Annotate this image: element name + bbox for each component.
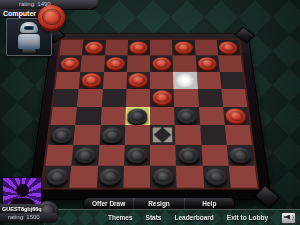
board-square[interactable] bbox=[218, 55, 243, 71]
bottom-player-rating: rating: 1500 bbox=[8, 214, 40, 220]
board-square[interactable] bbox=[194, 40, 218, 56]
board-square[interactable] bbox=[173, 55, 197, 71]
board-square[interactable] bbox=[48, 125, 75, 145]
game-screen: rating: 1490 Computer GUEST8ghj66q ratin… bbox=[0, 0, 300, 225]
board-square[interactable] bbox=[150, 40, 173, 56]
board-square[interactable] bbox=[196, 72, 221, 89]
move-target-square[interactable] bbox=[150, 125, 176, 145]
silhouette-head-icon bbox=[16, 184, 29, 197]
board-square[interactable] bbox=[43, 166, 72, 188]
board-square[interactable] bbox=[105, 40, 128, 56]
board-grid bbox=[43, 40, 258, 188]
board-square[interactable] bbox=[200, 125, 227, 145]
board-square[interactable] bbox=[124, 125, 150, 145]
board-square[interactable] bbox=[124, 145, 150, 166]
bottom-player-name-bar: GUEST8ghj66q bbox=[0, 204, 42, 213]
board-square[interactable] bbox=[100, 107, 125, 126]
corner-arrow-icon bbox=[163, 134, 172, 142]
red-piece[interactable] bbox=[129, 73, 148, 86]
board-square[interactable] bbox=[150, 166, 177, 188]
board-square[interactable] bbox=[53, 89, 79, 107]
board-square[interactable] bbox=[79, 72, 104, 89]
board-square[interactable] bbox=[50, 107, 77, 126]
board-square[interactable] bbox=[69, 166, 97, 188]
black-piece[interactable] bbox=[102, 127, 123, 142]
bottom-player-rating-bar: rating: 1500 bbox=[0, 213, 58, 223]
red-piece[interactable] bbox=[152, 91, 171, 105]
board-square[interactable] bbox=[82, 40, 106, 56]
board-square[interactable] bbox=[225, 125, 252, 145]
board-square[interactable] bbox=[201, 145, 228, 166]
bottom-player-name: GUEST8ghj66q bbox=[2, 206, 42, 212]
red-piece[interactable] bbox=[219, 41, 238, 53]
black-piece[interactable] bbox=[177, 109, 197, 124]
stats-button[interactable]: Stats bbox=[146, 214, 162, 221]
board-square[interactable] bbox=[77, 89, 102, 107]
themes-button[interactable]: Themes bbox=[108, 214, 133, 221]
black-piece[interactable] bbox=[127, 147, 148, 163]
leaderboard-button[interactable]: Leaderboard bbox=[174, 214, 213, 221]
board-square[interactable] bbox=[127, 40, 150, 56]
board-square[interactable] bbox=[101, 89, 126, 107]
red-piece[interactable] bbox=[225, 109, 246, 124]
board-square[interactable] bbox=[80, 55, 104, 71]
board-square[interactable] bbox=[123, 166, 150, 188]
board-square[interactable] bbox=[174, 89, 199, 107]
board-square[interactable] bbox=[228, 166, 257, 188]
board-square[interactable] bbox=[197, 89, 222, 107]
robot-visor-icon bbox=[24, 26, 34, 30]
board-square[interactable] bbox=[45, 145, 73, 166]
board-square[interactable] bbox=[98, 145, 125, 166]
frame-corner-clamp bbox=[254, 185, 280, 209]
board-square[interactable] bbox=[99, 125, 125, 145]
red-color-indicator-piece bbox=[38, 5, 65, 29]
board-square[interactable] bbox=[221, 89, 247, 107]
black-piece[interactable] bbox=[205, 168, 228, 185]
board-square[interactable] bbox=[55, 72, 80, 89]
board-square[interactable] bbox=[59, 40, 83, 56]
red-piece[interactable] bbox=[198, 57, 217, 70]
black-piece[interactable] bbox=[74, 147, 96, 163]
board-square[interactable] bbox=[175, 125, 201, 145]
board-square[interactable] bbox=[195, 55, 219, 71]
board-square[interactable] bbox=[202, 166, 230, 188]
robot-body-icon bbox=[18, 34, 40, 49]
speaker-wave-icon: ) bbox=[292, 213, 294, 222]
corner-arrow-icon bbox=[153, 134, 162, 142]
robot-base-icon bbox=[22, 49, 36, 53]
board-square[interactable] bbox=[125, 107, 150, 126]
black-piece[interactable] bbox=[229, 147, 251, 163]
board-square[interactable] bbox=[57, 55, 82, 71]
board-square[interactable] bbox=[150, 72, 174, 89]
board-square[interactable] bbox=[176, 145, 203, 166]
board-square[interactable] bbox=[126, 89, 150, 107]
red-piece[interactable] bbox=[130, 41, 148, 53]
board-square[interactable] bbox=[227, 145, 255, 166]
board-square[interactable] bbox=[174, 107, 199, 126]
board-square[interactable] bbox=[176, 166, 204, 188]
checkers-board bbox=[28, 33, 272, 200]
black-piece[interactable] bbox=[99, 168, 121, 185]
board-square[interactable] bbox=[96, 166, 124, 188]
board-square[interactable] bbox=[150, 55, 173, 71]
red-piece[interactable] bbox=[174, 41, 193, 53]
board-square[interactable] bbox=[104, 55, 128, 71]
board-square[interactable] bbox=[150, 89, 174, 107]
speaker-icon bbox=[284, 215, 290, 220]
board-square[interactable] bbox=[103, 72, 127, 89]
bottom-toolbar: Themes Stats Leaderboard Exit to Lobby ) bbox=[44, 209, 300, 225]
top-player-name: Computer bbox=[3, 10, 36, 17]
board-square[interactable] bbox=[172, 40, 195, 56]
sound-toggle-button[interactable]: ) bbox=[281, 212, 296, 224]
red-piece[interactable] bbox=[106, 57, 125, 70]
red-piece[interactable] bbox=[152, 57, 171, 70]
red-piece[interactable] bbox=[60, 57, 80, 70]
board-square[interactable] bbox=[72, 145, 99, 166]
board-square[interactable] bbox=[127, 55, 150, 71]
board-square[interactable] bbox=[220, 72, 245, 89]
last-move-origin-square[interactable] bbox=[173, 72, 197, 89]
board-square[interactable] bbox=[216, 40, 240, 56]
black-piece[interactable] bbox=[128, 109, 148, 124]
black-piece[interactable] bbox=[178, 147, 199, 163]
black-piece[interactable] bbox=[153, 168, 174, 185]
board-square[interactable] bbox=[126, 72, 150, 89]
board-square[interactable] bbox=[223, 107, 250, 126]
red-piece[interactable] bbox=[84, 41, 103, 53]
board-square[interactable] bbox=[75, 107, 101, 126]
board-square[interactable] bbox=[150, 107, 175, 126]
black-piece[interactable] bbox=[51, 127, 73, 142]
black-piece[interactable] bbox=[46, 168, 69, 185]
red-piece[interactable] bbox=[81, 73, 101, 86]
exit-to-lobby-button[interactable]: Exit to Lobby bbox=[227, 214, 268, 221]
board-square[interactable] bbox=[199, 107, 225, 126]
board-square[interactable] bbox=[150, 145, 176, 166]
board-square[interactable] bbox=[73, 125, 100, 145]
